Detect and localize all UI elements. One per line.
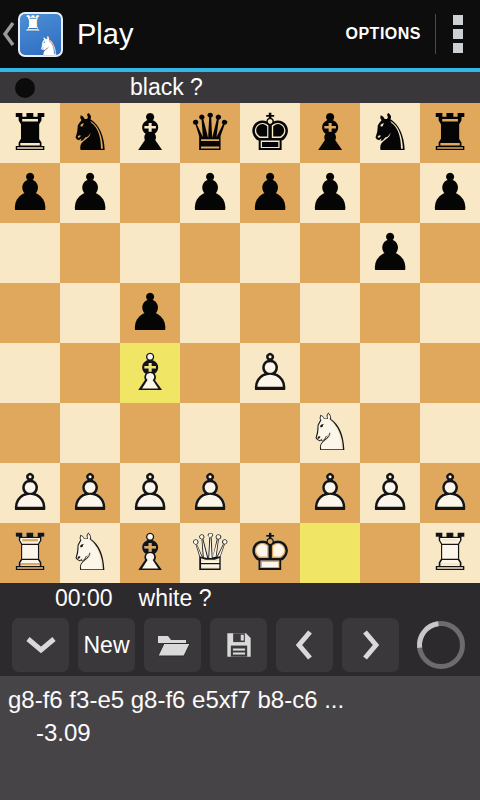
white-n-piece: ♞♘ bbox=[300, 403, 360, 463]
square-e7[interactable]: ♟ bbox=[240, 163, 300, 223]
square-c5[interactable]: ♟ bbox=[120, 283, 180, 343]
white-p-piece: ♟♙ bbox=[420, 463, 480, 523]
white-p-piece: ♟♙ bbox=[60, 463, 120, 523]
square-f1[interactable] bbox=[300, 523, 360, 583]
black-n-piece: ♞ bbox=[360, 103, 420, 163]
square-a6[interactable] bbox=[0, 223, 60, 283]
white-p-piece: ♟♙ bbox=[0, 463, 60, 523]
square-b3[interactable] bbox=[60, 403, 120, 463]
square-a2[interactable]: ♟♙ bbox=[0, 463, 60, 523]
overflow-menu-icon[interactable] bbox=[436, 0, 480, 68]
square-f4[interactable] bbox=[300, 343, 360, 403]
white-player-label: white ? bbox=[139, 585, 212, 612]
square-c6[interactable] bbox=[120, 223, 180, 283]
square-b2[interactable]: ♟♙ bbox=[60, 463, 120, 523]
black-r-piece: ♜ bbox=[0, 103, 60, 163]
square-c2[interactable]: ♟♙ bbox=[120, 463, 180, 523]
white-b-piece: ♝♗ bbox=[120, 523, 180, 583]
white-p-piece: ♟♙ bbox=[300, 463, 360, 523]
square-d6[interactable] bbox=[180, 223, 240, 283]
square-h3[interactable] bbox=[420, 403, 480, 463]
open-button[interactable] bbox=[144, 618, 201, 672]
square-d3[interactable] bbox=[180, 403, 240, 463]
square-b8[interactable]: ♞ bbox=[60, 103, 120, 163]
prev-move-button[interactable] bbox=[276, 618, 333, 672]
app-logo-icon[interactable]: ♜ ♞ bbox=[18, 12, 63, 57]
square-a7[interactable]: ♟ bbox=[0, 163, 60, 223]
black-p-piece: ♟ bbox=[120, 283, 180, 343]
black-p-piece: ♟ bbox=[0, 163, 60, 223]
square-c1[interactable]: ♝♗ bbox=[120, 523, 180, 583]
square-f6[interactable] bbox=[300, 223, 360, 283]
white-n-piece: ♞♘ bbox=[60, 523, 120, 583]
square-h7[interactable]: ♟ bbox=[420, 163, 480, 223]
logo-knight-glyph: ♞ bbox=[37, 31, 60, 61]
black-k-piece: ♚ bbox=[240, 103, 300, 163]
back-icon[interactable] bbox=[0, 0, 16, 68]
square-f7[interactable]: ♟ bbox=[300, 163, 360, 223]
black-p-piece: ♟ bbox=[60, 163, 120, 223]
bottom-controls: 00:00 white ? New bbox=[0, 583, 480, 676]
square-c8[interactable]: ♝ bbox=[120, 103, 180, 163]
square-a5[interactable] bbox=[0, 283, 60, 343]
engine-spinner bbox=[417, 621, 465, 669]
square-h4[interactable] bbox=[420, 343, 480, 403]
square-g7[interactable] bbox=[360, 163, 420, 223]
square-e1[interactable]: ♚♔ bbox=[240, 523, 300, 583]
square-f8[interactable]: ♝ bbox=[300, 103, 360, 163]
square-g2[interactable]: ♟♙ bbox=[360, 463, 420, 523]
square-h8[interactable]: ♜ bbox=[420, 103, 480, 163]
square-c4[interactable]: ♝♗ bbox=[120, 343, 180, 403]
square-b7[interactable]: ♟ bbox=[60, 163, 120, 223]
new-game-button[interactable]: New bbox=[78, 618, 135, 672]
square-e5[interactable] bbox=[240, 283, 300, 343]
analysis-panel: g8-f6 f3-e5 g8-f6 e5xf7 b8-c6 ... -3.09 bbox=[0, 676, 480, 800]
black-p-piece: ♟ bbox=[420, 163, 480, 223]
action-bar: ♜ ♞ Play OPTIONS bbox=[0, 0, 480, 68]
square-g5[interactable] bbox=[360, 283, 420, 343]
black-p-piece: ♟ bbox=[180, 163, 240, 223]
square-d7[interactable]: ♟ bbox=[180, 163, 240, 223]
next-move-button[interactable] bbox=[342, 618, 399, 672]
save-button[interactable] bbox=[210, 618, 267, 672]
white-k-piece: ♚♔ bbox=[240, 523, 300, 583]
square-d8[interactable]: ♛ bbox=[180, 103, 240, 163]
open-folder-icon bbox=[156, 632, 190, 658]
square-c7[interactable] bbox=[120, 163, 180, 223]
square-h2[interactable]: ♟♙ bbox=[420, 463, 480, 523]
chevron-down-icon bbox=[25, 637, 57, 654]
white-q-piece: ♛♕ bbox=[180, 523, 240, 583]
white-p-piece: ♟♙ bbox=[180, 463, 240, 523]
black-b-piece: ♝ bbox=[300, 103, 360, 163]
square-e2[interactable] bbox=[240, 463, 300, 523]
square-b5[interactable] bbox=[60, 283, 120, 343]
engine-evaluation: -3.09 bbox=[36, 716, 472, 749]
square-a1[interactable]: ♜♖ bbox=[0, 523, 60, 583]
white-r-piece: ♜♖ bbox=[420, 523, 480, 583]
square-g8[interactable]: ♞ bbox=[360, 103, 420, 163]
white-b-piece: ♝♗ bbox=[120, 343, 180, 403]
white-p-piece: ♟♙ bbox=[240, 343, 300, 403]
black-status-bar: black ? bbox=[0, 72, 480, 103]
collapse-button[interactable] bbox=[12, 618, 69, 672]
black-player-label: black ? bbox=[130, 74, 203, 101]
square-d4[interactable] bbox=[180, 343, 240, 403]
chevron-left-icon bbox=[296, 629, 313, 661]
square-b1[interactable]: ♞♘ bbox=[60, 523, 120, 583]
move-list: g8-f6 f3-e5 g8-f6 e5xf7 b8-c6 ... bbox=[8, 683, 472, 716]
square-h6[interactable] bbox=[420, 223, 480, 283]
black-q-piece: ♛ bbox=[180, 103, 240, 163]
black-p-piece: ♟ bbox=[240, 163, 300, 223]
square-g4[interactable] bbox=[360, 343, 420, 403]
square-c3[interactable] bbox=[120, 403, 180, 463]
black-r-piece: ♜ bbox=[420, 103, 480, 163]
square-h1[interactable]: ♜♖ bbox=[420, 523, 480, 583]
square-g6[interactable]: ♟ bbox=[360, 223, 420, 283]
black-p-piece: ♟ bbox=[360, 223, 420, 283]
black-p-piece: ♟ bbox=[300, 163, 360, 223]
square-g1[interactable] bbox=[360, 523, 420, 583]
options-button[interactable]: OPTIONS bbox=[331, 25, 435, 43]
toolbar: New bbox=[0, 614, 480, 676]
square-f5[interactable] bbox=[300, 283, 360, 343]
black-b-piece: ♝ bbox=[120, 103, 180, 163]
app-screen: ♜ ♞ Play OPTIONS black ? ♜♞♝♛♚♝♞♜♟♟♟♟♟♟♟… bbox=[0, 0, 480, 800]
square-g3[interactable] bbox=[360, 403, 420, 463]
square-d5[interactable] bbox=[180, 283, 240, 343]
square-a8[interactable]: ♜ bbox=[0, 103, 60, 163]
black-n-piece: ♞ bbox=[60, 103, 120, 163]
white-r-piece: ♜♖ bbox=[0, 523, 60, 583]
white-p-piece: ♟♙ bbox=[360, 463, 420, 523]
square-f2[interactable]: ♟♙ bbox=[300, 463, 360, 523]
square-e3[interactable] bbox=[240, 403, 300, 463]
white-p-piece: ♟♙ bbox=[120, 463, 180, 523]
black-turn-indicator bbox=[15, 78, 35, 98]
square-f3[interactable]: ♞♘ bbox=[300, 403, 360, 463]
page-title: Play bbox=[77, 18, 133, 51]
square-e4[interactable]: ♟♙ bbox=[240, 343, 300, 403]
chevron-right-icon bbox=[362, 629, 379, 661]
square-d1[interactable]: ♛♕ bbox=[180, 523, 240, 583]
white-clock: 00:00 bbox=[55, 585, 113, 612]
chess-board[interactable]: ♜♞♝♛♚♝♞♜♟♟♟♟♟♟♟♟♝♗♟♙♞♘♟♙♟♙♟♙♟♙♟♙♟♙♟♙♜♖♞♘… bbox=[0, 103, 480, 583]
square-d2[interactable]: ♟♙ bbox=[180, 463, 240, 523]
square-b4[interactable] bbox=[60, 343, 120, 403]
save-floppy-icon bbox=[225, 631, 253, 659]
square-h5[interactable] bbox=[420, 283, 480, 343]
square-e6[interactable] bbox=[240, 223, 300, 283]
square-a3[interactable] bbox=[0, 403, 60, 463]
white-status-bar: 00:00 white ? bbox=[0, 583, 480, 614]
square-a4[interactable] bbox=[0, 343, 60, 403]
square-b6[interactable] bbox=[60, 223, 120, 283]
square-e8[interactable]: ♚ bbox=[240, 103, 300, 163]
